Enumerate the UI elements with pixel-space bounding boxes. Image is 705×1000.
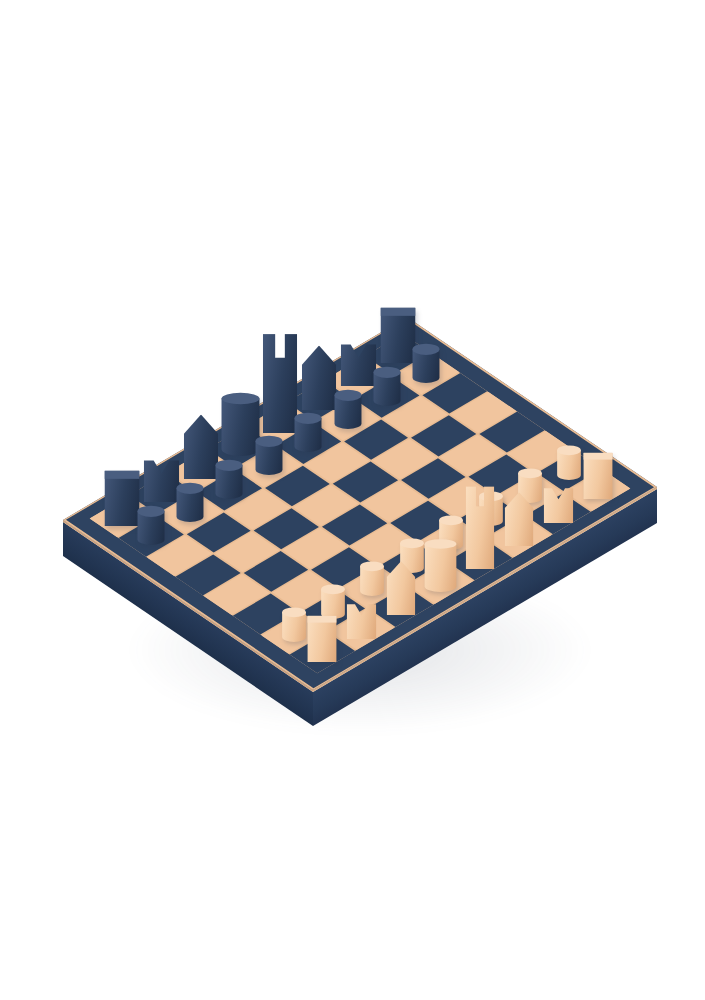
piece-dark-rook-h8[interactable]: [380, 308, 415, 363]
piece-dark-pawn-h7[interactable]: [413, 349, 440, 383]
piece-dark-pawn-f7[interactable]: [334, 395, 361, 429]
piece-dark-bishop-c8[interactable]: [184, 415, 219, 479]
piece-dark-queen-d8[interactable]: [221, 399, 259, 457]
piece-light-pawn-c2[interactable]: [361, 566, 385, 596]
piece-dark-pawn-c7[interactable]: [216, 465, 243, 499]
piece-light-pawn-a2[interactable]: [282, 613, 306, 643]
piece-dark-pawn-a7[interactable]: [137, 511, 164, 545]
piece-dark-rook-a8[interactable]: [105, 471, 140, 526]
piece-light-rook-a1[interactable]: [308, 616, 337, 662]
piece-light-pawn-h2[interactable]: [557, 450, 581, 480]
piece-light-rook-h1[interactable]: [583, 453, 612, 499]
piece-dark-pawn-d7[interactable]: [255, 442, 282, 476]
piece-dark-bishop-f8[interactable]: [302, 345, 337, 409]
piece-dark-pawn-g7[interactable]: [373, 372, 400, 406]
piece-dark-pawn-e7[interactable]: [295, 419, 322, 453]
piece-dark-pawn-b7[interactable]: [177, 488, 204, 522]
piece-light-queen-d1[interactable]: [425, 544, 457, 592]
piece-dark-king-e8[interactable]: [262, 334, 297, 433]
piece-light-pawn-b2[interactable]: [321, 590, 345, 620]
product-photo: [0, 0, 705, 1000]
